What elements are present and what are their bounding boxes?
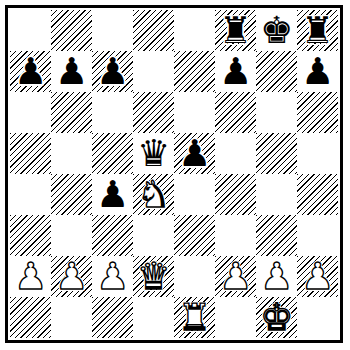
- square-e2[interactable]: [174, 256, 215, 297]
- black-pawn-h7[interactable]: ♟: [297, 51, 338, 92]
- square-d8[interactable]: [133, 10, 174, 51]
- chess-board: ♜♚♜♟♟♟♟♟♛♟♟♞♟♟♟♛♟♟♟♜♚: [10, 10, 338, 338]
- square-b4[interactable]: [51, 174, 92, 215]
- square-b7[interactable]: ♟: [51, 51, 92, 92]
- black-rook-f8[interactable]: ♜: [215, 10, 256, 51]
- square-e3[interactable]: [174, 215, 215, 256]
- square-b8[interactable]: [51, 10, 92, 51]
- square-f4[interactable]: [215, 174, 256, 215]
- black-pawn-b7[interactable]: ♟: [51, 51, 92, 92]
- square-g6[interactable]: [256, 92, 297, 133]
- white-knight-d4[interactable]: ♞: [133, 174, 174, 215]
- square-d2[interactable]: ♛: [133, 256, 174, 297]
- square-g1[interactable]: ♚: [256, 297, 297, 338]
- white-king-g1[interactable]: ♚: [256, 297, 297, 338]
- square-g7[interactable]: [256, 51, 297, 92]
- square-g4[interactable]: [256, 174, 297, 215]
- square-c6[interactable]: [92, 92, 133, 133]
- white-pawn-a2[interactable]: ♟: [10, 256, 51, 297]
- square-d5[interactable]: ♛: [133, 133, 174, 174]
- black-pawn-c4[interactable]: ♟: [92, 174, 133, 215]
- black-pawn-a7[interactable]: ♟: [10, 51, 51, 92]
- square-c1[interactable]: [92, 297, 133, 338]
- square-h7[interactable]: ♟: [297, 51, 338, 92]
- square-a2[interactable]: ♟: [10, 256, 51, 297]
- black-pawn-f7[interactable]: ♟: [215, 51, 256, 92]
- square-c5[interactable]: [92, 133, 133, 174]
- square-f2[interactable]: ♟: [215, 256, 256, 297]
- black-pawn-c7[interactable]: ♟: [92, 51, 133, 92]
- square-a3[interactable]: [10, 215, 51, 256]
- white-pawn-g2[interactable]: ♟: [256, 256, 297, 297]
- square-g3[interactable]: [256, 215, 297, 256]
- square-a7[interactable]: ♟: [10, 51, 51, 92]
- square-e5[interactable]: ♟: [174, 133, 215, 174]
- square-b2[interactable]: ♟: [51, 256, 92, 297]
- white-queen-d2[interactable]: ♛: [133, 256, 174, 297]
- white-pawn-f2[interactable]: ♟: [215, 256, 256, 297]
- white-pawn-c2[interactable]: ♟: [92, 256, 133, 297]
- white-rook-e1[interactable]: ♜: [174, 297, 215, 338]
- square-e4[interactable]: [174, 174, 215, 215]
- square-g8[interactable]: ♚: [256, 10, 297, 51]
- square-h2[interactable]: ♟: [297, 256, 338, 297]
- black-pawn-e5[interactable]: ♟: [174, 133, 215, 174]
- square-f6[interactable]: [215, 92, 256, 133]
- square-f7[interactable]: ♟: [215, 51, 256, 92]
- square-e1[interactable]: ♜: [174, 297, 215, 338]
- square-e7[interactable]: [174, 51, 215, 92]
- square-h1[interactable]: [297, 297, 338, 338]
- square-c2[interactable]: ♟: [92, 256, 133, 297]
- square-a1[interactable]: [10, 297, 51, 338]
- square-h8[interactable]: ♜: [297, 10, 338, 51]
- square-d1[interactable]: [133, 297, 174, 338]
- square-b5[interactable]: [51, 133, 92, 174]
- square-a4[interactable]: [10, 174, 51, 215]
- square-f1[interactable]: [215, 297, 256, 338]
- square-a5[interactable]: [10, 133, 51, 174]
- square-b6[interactable]: [51, 92, 92, 133]
- square-f3[interactable]: [215, 215, 256, 256]
- square-e8[interactable]: [174, 10, 215, 51]
- square-b1[interactable]: [51, 297, 92, 338]
- square-c4[interactable]: ♟: [92, 174, 133, 215]
- square-c7[interactable]: ♟: [92, 51, 133, 92]
- square-d3[interactable]: [133, 215, 174, 256]
- black-queen-d5[interactable]: ♛: [133, 133, 174, 174]
- square-d7[interactable]: [133, 51, 174, 92]
- square-c8[interactable]: [92, 10, 133, 51]
- square-g2[interactable]: ♟: [256, 256, 297, 297]
- square-h3[interactable]: [297, 215, 338, 256]
- square-d6[interactable]: [133, 92, 174, 133]
- square-a8[interactable]: [10, 10, 51, 51]
- square-g5[interactable]: [256, 133, 297, 174]
- square-h6[interactable]: [297, 92, 338, 133]
- square-h5[interactable]: [297, 133, 338, 174]
- white-pawn-h2[interactable]: ♟: [297, 256, 338, 297]
- board-frame: ♜♚♜♟♟♟♟♟♛♟♟♞♟♟♟♛♟♟♟♜♚: [5, 5, 343, 343]
- square-a6[interactable]: [10, 92, 51, 133]
- square-b3[interactable]: [51, 215, 92, 256]
- square-f5[interactable]: [215, 133, 256, 174]
- square-d4[interactable]: ♞: [133, 174, 174, 215]
- black-rook-h8[interactable]: ♜: [297, 10, 338, 51]
- black-king-g8[interactable]: ♚: [256, 10, 297, 51]
- square-c3[interactable]: [92, 215, 133, 256]
- square-h4[interactable]: [297, 174, 338, 215]
- square-e6[interactable]: [174, 92, 215, 133]
- white-pawn-b2[interactable]: ♟: [51, 256, 92, 297]
- square-f8[interactable]: ♜: [215, 10, 256, 51]
